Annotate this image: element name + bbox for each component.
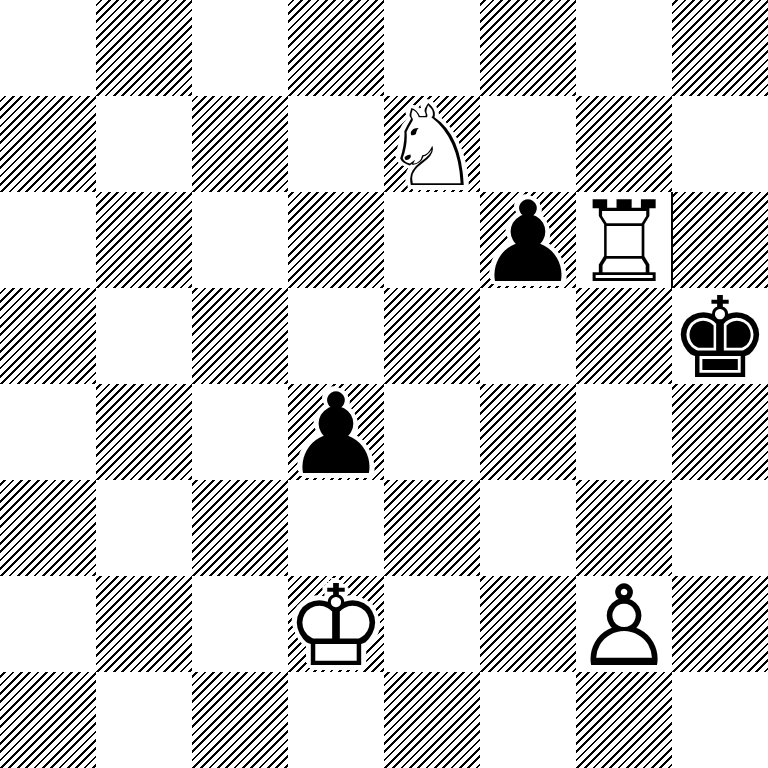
square-b1[interactable] xyxy=(96,672,192,768)
king-icon: ♚ xyxy=(672,290,768,386)
white-king-d2[interactable]: ♚♔ xyxy=(288,576,384,672)
square-a3[interactable] xyxy=(0,480,96,576)
king-icon: ♔ xyxy=(288,578,384,674)
pawn-fill-glyph: ♟ xyxy=(576,578,672,674)
white-rook-g6[interactable]: ♜♖ xyxy=(576,192,672,288)
square-g3[interactable] xyxy=(576,480,672,576)
black-pawn-d4[interactable]: ♟ xyxy=(288,384,384,480)
square-f2[interactable] xyxy=(480,576,576,672)
square-e3[interactable] xyxy=(384,480,480,576)
square-e4[interactable] xyxy=(384,384,480,480)
square-d2[interactable]: ♚♔ xyxy=(288,576,384,672)
square-d3[interactable] xyxy=(288,480,384,576)
square-h3[interactable] xyxy=(672,480,768,576)
square-a1[interactable] xyxy=(0,672,96,768)
black-pawn-f6[interactable]: ♟ xyxy=(480,192,576,288)
square-c8[interactable] xyxy=(192,0,288,96)
rook-icon: ♖ xyxy=(576,194,672,290)
square-b8[interactable] xyxy=(96,0,192,96)
square-c2[interactable] xyxy=(192,576,288,672)
square-f7[interactable] xyxy=(480,96,576,192)
square-g2[interactable]: ♟♙ xyxy=(576,576,672,672)
square-c3[interactable] xyxy=(192,480,288,576)
square-a2[interactable] xyxy=(0,576,96,672)
square-b3[interactable] xyxy=(96,480,192,576)
square-h4[interactable] xyxy=(672,384,768,480)
knight-icon: ♘ xyxy=(384,98,480,194)
square-f4[interactable] xyxy=(480,384,576,480)
square-b6[interactable] xyxy=(96,192,192,288)
pawn-icon: ♟ xyxy=(288,386,384,482)
square-g7[interactable] xyxy=(576,96,672,192)
square-d6[interactable] xyxy=(288,192,384,288)
square-e7[interactable]: ♞♘ xyxy=(384,96,480,192)
square-b4[interactable] xyxy=(96,384,192,480)
knight-fill-glyph: ♞ xyxy=(384,98,480,194)
square-d4[interactable]: ♟ xyxy=(288,384,384,480)
square-g6[interactable]: ♜♖ xyxy=(576,192,672,288)
square-e6[interactable] xyxy=(384,192,480,288)
king-fill-glyph: ♚ xyxy=(288,578,384,674)
square-d8[interactable] xyxy=(288,0,384,96)
square-d5[interactable] xyxy=(288,288,384,384)
square-g8[interactable] xyxy=(576,0,672,96)
square-h2[interactable] xyxy=(672,576,768,672)
square-h1[interactable] xyxy=(672,672,768,768)
square-g5[interactable] xyxy=(576,288,672,384)
black-king-h5[interactable]: ♚ xyxy=(672,288,768,384)
g6-right-edge-line xyxy=(671,192,673,288)
square-h5[interactable]: ♚ xyxy=(672,288,768,384)
square-h8[interactable] xyxy=(672,0,768,96)
white-pawn-g2[interactable]: ♟♙ xyxy=(576,576,672,672)
pawn-icon: ♙ xyxy=(576,578,672,674)
square-a8[interactable] xyxy=(0,0,96,96)
square-e1[interactable] xyxy=(384,672,480,768)
square-a7[interactable] xyxy=(0,96,96,192)
square-g4[interactable] xyxy=(576,384,672,480)
square-c4[interactable] xyxy=(192,384,288,480)
square-d7[interactable] xyxy=(288,96,384,192)
square-f1[interactable] xyxy=(480,672,576,768)
square-b7[interactable] xyxy=(96,96,192,192)
square-c6[interactable] xyxy=(192,192,288,288)
square-b5[interactable] xyxy=(96,288,192,384)
white-knight-e7[interactable]: ♞♘ xyxy=(384,96,480,192)
square-c7[interactable] xyxy=(192,96,288,192)
square-e5[interactable] xyxy=(384,288,480,384)
square-e2[interactable] xyxy=(384,576,480,672)
square-f8[interactable] xyxy=(480,0,576,96)
chess-board: ♞♘♟♜♖♚♟♚♔♟♙ xyxy=(0,0,768,768)
square-c1[interactable] xyxy=(192,672,288,768)
square-a4[interactable] xyxy=(0,384,96,480)
square-a5[interactable] xyxy=(0,288,96,384)
square-f6[interactable]: ♟ xyxy=(480,192,576,288)
square-c5[interactable] xyxy=(192,288,288,384)
square-h7[interactable] xyxy=(672,96,768,192)
pawn-icon: ♟ xyxy=(480,194,576,290)
square-h6[interactable] xyxy=(672,192,768,288)
square-b2[interactable] xyxy=(96,576,192,672)
square-f5[interactable] xyxy=(480,288,576,384)
square-d1[interactable] xyxy=(288,672,384,768)
square-g1[interactable] xyxy=(576,672,672,768)
square-f3[interactable] xyxy=(480,480,576,576)
square-a6[interactable] xyxy=(0,192,96,288)
rook-fill-glyph: ♜ xyxy=(576,194,672,290)
square-e8[interactable] xyxy=(384,0,480,96)
